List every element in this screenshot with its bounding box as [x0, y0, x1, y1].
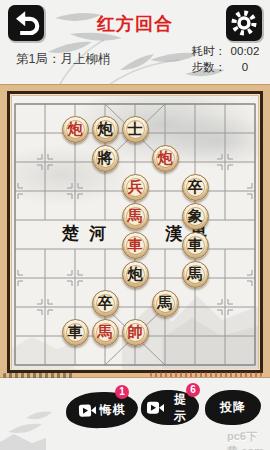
piece-red-馬[interactable]: 馬: [122, 203, 149, 230]
piece-black-卒[interactable]: 卒: [92, 290, 119, 317]
piece-black-車[interactable]: 車: [182, 232, 209, 259]
piece-character: 象: [188, 209, 203, 224]
undo-count-badge: 1: [115, 385, 129, 399]
piece-character: 馬: [188, 267, 203, 282]
settings-button[interactable]: [226, 5, 262, 41]
surrender-button[interactable]: 投降: [205, 390, 262, 426]
piece-black-將[interactable]: 將: [92, 145, 119, 172]
piece-character: 炮: [98, 122, 113, 137]
piece-character: 車: [188, 238, 203, 253]
surrender-label: 投降: [220, 399, 246, 416]
piece-character: 馬: [158, 296, 173, 311]
elapsed-time: 耗时： 00:02: [192, 43, 265, 59]
piece-character: 卒: [188, 180, 203, 195]
piece-red-車[interactable]: 車: [122, 232, 149, 259]
elapsed-time-value: 00:02: [226, 43, 264, 59]
piece-red-馬[interactable]: 馬: [92, 319, 119, 346]
piece-red-炮[interactable]: 炮: [62, 116, 89, 143]
river-text-left: 楚河: [62, 222, 116, 245]
piece-black-象[interactable]: 象: [182, 203, 209, 230]
piece-black-士[interactable]: 士: [122, 116, 149, 143]
piece-black-炮[interactable]: 炮: [122, 261, 149, 288]
piece-character: 帥: [128, 325, 143, 340]
piece-character: 馬: [128, 209, 143, 224]
piece-character: 炮: [158, 151, 173, 166]
level-name-label: 第1局：月上柳梢: [16, 51, 110, 68]
move-count-label: 步数：: [192, 59, 227, 75]
video-camera-icon: [78, 404, 95, 417]
piece-black-馬[interactable]: 馬: [152, 290, 179, 317]
piece-red-兵[interactable]: 兵: [122, 174, 149, 201]
piece-character: 將: [98, 151, 113, 166]
piece-black-車[interactable]: 車: [62, 319, 89, 346]
piece-red-炮[interactable]: 炮: [152, 145, 179, 172]
undo-move-label: 悔棋: [99, 401, 126, 419]
video-camera-icon: [147, 401, 164, 413]
xiangqi-app-screen: 红方回合 第1局：月上柳梢 耗时： 00:02 步数： 0: [0, 0, 270, 450]
xiangqi-board[interactable]: 楚河 漢界 炮炮士將炮兵卒馬象車車炮馬卒馬車馬帥: [12, 96, 258, 369]
piece-character: 卒: [98, 296, 113, 311]
piece-black-炮[interactable]: 炮: [92, 116, 119, 143]
gear-icon: [229, 8, 259, 38]
undo-move-button[interactable]: 悔棋: [65, 391, 138, 429]
game-stats: 耗时： 00:02 步数： 0: [192, 43, 265, 75]
piece-character: 車: [68, 325, 83, 340]
elapsed-time-label: 耗时：: [192, 43, 227, 59]
move-count-value: 0: [226, 59, 264, 75]
piece-character: 炮: [128, 267, 143, 282]
piece-character: 士: [128, 122, 143, 137]
piece-character: 炮: [68, 122, 83, 137]
move-count: 步数： 0: [192, 59, 265, 75]
piece-red-帥[interactable]: 帥: [122, 319, 149, 346]
panel-watermark-left: [3, 373, 75, 378]
piece-character: 兵: [128, 180, 143, 195]
piece-character: 車: [128, 238, 143, 253]
piece-character: 馬: [98, 325, 113, 340]
board-panel: 楚河 漢界 炮炮士將炮兵卒馬象車車炮馬卒馬車馬帥: [0, 84, 270, 378]
piece-black-馬[interactable]: 馬: [182, 261, 209, 288]
piece-black-卒[interactable]: 卒: [182, 174, 209, 201]
hint-count-badge: 6: [186, 383, 200, 397]
site-watermark: pc6下载.com: [227, 429, 270, 450]
